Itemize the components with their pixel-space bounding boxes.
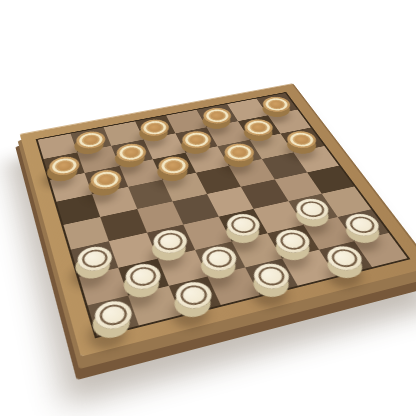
- checker-cream-a1[interactable]: [91, 298, 135, 333]
- checkers-board: [20, 83, 416, 356]
- board-grid: [38, 93, 408, 336]
- board-playing-area: [36, 92, 411, 338]
- photo-stage: [0, 0, 416, 416]
